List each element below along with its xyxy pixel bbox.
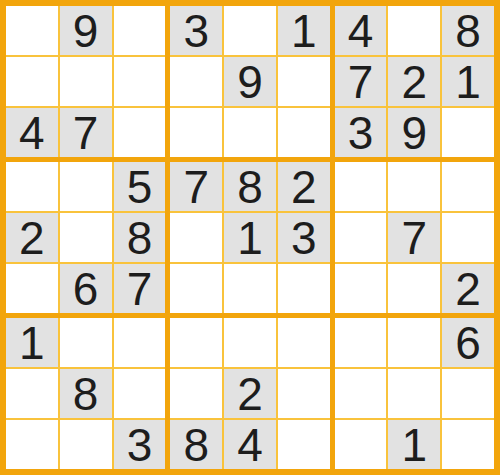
sudoku-cell-r5c3[interactable]: 8 xyxy=(114,213,166,262)
sudoku-cell-r2c2[interactable] xyxy=(60,57,112,106)
sudoku-cell-r4c4[interactable]: 7 xyxy=(170,162,222,211)
sudoku-cell-r3c8[interactable]: 9 xyxy=(388,108,440,157)
sudoku-cell-r3c9[interactable] xyxy=(442,108,494,157)
sudoku-cell-r6c3[interactable]: 7 xyxy=(114,264,166,313)
sudoku-cell-r2c7[interactable]: 7 xyxy=(335,57,387,106)
sudoku-cell-r9c2[interactable] xyxy=(60,420,112,469)
sudoku-cell-r7c6[interactable] xyxy=(278,318,330,367)
block-4: 52867 xyxy=(6,162,165,313)
sudoku-cell-r1c8[interactable] xyxy=(388,6,440,55)
sudoku-cell-r6c1[interactable] xyxy=(6,264,58,313)
sudoku-cell-r9c5[interactable]: 4 xyxy=(224,420,276,469)
sudoku-cell-r5c9[interactable] xyxy=(442,213,494,262)
sudoku-cell-r6c5[interactable] xyxy=(224,264,276,313)
sudoku-cell-r2c8[interactable]: 2 xyxy=(388,57,440,106)
sudoku-cell-r6c6[interactable] xyxy=(278,264,330,313)
sudoku-cell-r8c9[interactable] xyxy=(442,369,494,418)
sudoku-cell-r5c4[interactable] xyxy=(170,213,222,262)
sudoku-cell-r4c6[interactable]: 2 xyxy=(278,162,330,211)
block-7: 183 xyxy=(6,318,165,469)
block-1: 947 xyxy=(6,6,165,157)
sudoku-cell-r4c3[interactable]: 5 xyxy=(114,162,166,211)
sudoku-cell-r9c3[interactable]: 3 xyxy=(114,420,166,469)
sudoku-cell-r3c5[interactable] xyxy=(224,108,276,157)
sudoku-cell-r4c8[interactable] xyxy=(388,162,440,211)
sudoku-cell-r1c9[interactable]: 8 xyxy=(442,6,494,55)
sudoku-cell-r7c1[interactable]: 1 xyxy=(6,318,58,367)
sudoku-cell-r5c8[interactable]: 7 xyxy=(388,213,440,262)
sudoku-cell-r3c6[interactable] xyxy=(278,108,330,157)
sudoku-cell-r4c7[interactable] xyxy=(335,162,387,211)
sudoku-cell-r9c4[interactable]: 8 xyxy=(170,420,222,469)
sudoku-cell-r3c1[interactable]: 4 xyxy=(6,108,58,157)
sudoku-cell-r7c5[interactable] xyxy=(224,318,276,367)
sudoku-cell-r1c1[interactable] xyxy=(6,6,58,55)
sudoku-cell-r2c4[interactable] xyxy=(170,57,222,106)
sudoku-cell-r6c9[interactable]: 2 xyxy=(442,264,494,313)
sudoku-cell-r4c5[interactable]: 8 xyxy=(224,162,276,211)
sudoku-cell-r4c1[interactable] xyxy=(6,162,58,211)
sudoku-cell-r7c7[interactable] xyxy=(335,318,387,367)
sudoku-cell-r6c8[interactable] xyxy=(388,264,440,313)
sudoku-cell-r1c7[interactable]: 4 xyxy=(335,6,387,55)
sudoku-cell-r7c8[interactable] xyxy=(388,318,440,367)
sudoku-cell-r9c7[interactable] xyxy=(335,420,387,469)
sudoku-cell-r8c7[interactable] xyxy=(335,369,387,418)
block-9: 61 xyxy=(335,318,494,469)
sudoku-cell-r2c1[interactable] xyxy=(6,57,58,106)
sudoku-cell-r1c4[interactable]: 3 xyxy=(170,6,222,55)
block-3: 4872139 xyxy=(335,6,494,157)
sudoku-cell-r5c7[interactable] xyxy=(335,213,387,262)
sudoku-cell-r8c5[interactable]: 2 xyxy=(224,369,276,418)
sudoku-cell-r2c9[interactable]: 1 xyxy=(442,57,494,106)
sudoku-cell-r8c4[interactable] xyxy=(170,369,222,418)
block-2: 319 xyxy=(170,6,329,157)
sudoku-cell-r5c2[interactable] xyxy=(60,213,112,262)
sudoku-board: 947319487213952867782137218328461 xyxy=(0,0,500,475)
sudoku-cell-r9c6[interactable] xyxy=(278,420,330,469)
sudoku-cell-r3c4[interactable] xyxy=(170,108,222,157)
sudoku-cell-r7c3[interactable] xyxy=(114,318,166,367)
block-8: 284 xyxy=(170,318,329,469)
sudoku-cell-r6c7[interactable] xyxy=(335,264,387,313)
sudoku-cell-r6c4[interactable] xyxy=(170,264,222,313)
sudoku-cell-r8c2[interactable]: 8 xyxy=(60,369,112,418)
sudoku-cell-r2c6[interactable] xyxy=(278,57,330,106)
sudoku-cell-r7c2[interactable] xyxy=(60,318,112,367)
sudoku-cell-r8c8[interactable] xyxy=(388,369,440,418)
sudoku-cell-r3c7[interactable]: 3 xyxy=(335,108,387,157)
sudoku-cell-r1c2[interactable]: 9 xyxy=(60,6,112,55)
sudoku-cell-r8c1[interactable] xyxy=(6,369,58,418)
sudoku-cell-r9c9[interactable] xyxy=(442,420,494,469)
sudoku-cell-r4c2[interactable] xyxy=(60,162,112,211)
sudoku-cell-r8c3[interactable] xyxy=(114,369,166,418)
sudoku-cell-r5c5[interactable]: 1 xyxy=(224,213,276,262)
sudoku-cell-r5c1[interactable]: 2 xyxy=(6,213,58,262)
sudoku-cell-r1c6[interactable]: 1 xyxy=(278,6,330,55)
block-5: 78213 xyxy=(170,162,329,313)
sudoku-cell-r5c6[interactable]: 3 xyxy=(278,213,330,262)
sudoku-cell-r7c9[interactable]: 6 xyxy=(442,318,494,367)
sudoku-cell-r3c2[interactable]: 7 xyxy=(60,108,112,157)
sudoku-cell-r1c5[interactable] xyxy=(224,6,276,55)
sudoku-cell-r9c8[interactable]: 1 xyxy=(388,420,440,469)
sudoku-cell-r3c3[interactable] xyxy=(114,108,166,157)
block-6: 72 xyxy=(335,162,494,313)
sudoku-cell-r9c1[interactable] xyxy=(6,420,58,469)
sudoku-cell-r4c9[interactable] xyxy=(442,162,494,211)
sudoku-cell-r6c2[interactable]: 6 xyxy=(60,264,112,313)
sudoku-cell-r7c4[interactable] xyxy=(170,318,222,367)
sudoku-cell-r2c5[interactable]: 9 xyxy=(224,57,276,106)
sudoku-cell-r8c6[interactable] xyxy=(278,369,330,418)
sudoku-cell-r2c3[interactable] xyxy=(114,57,166,106)
sudoku-cell-r1c3[interactable] xyxy=(114,6,166,55)
